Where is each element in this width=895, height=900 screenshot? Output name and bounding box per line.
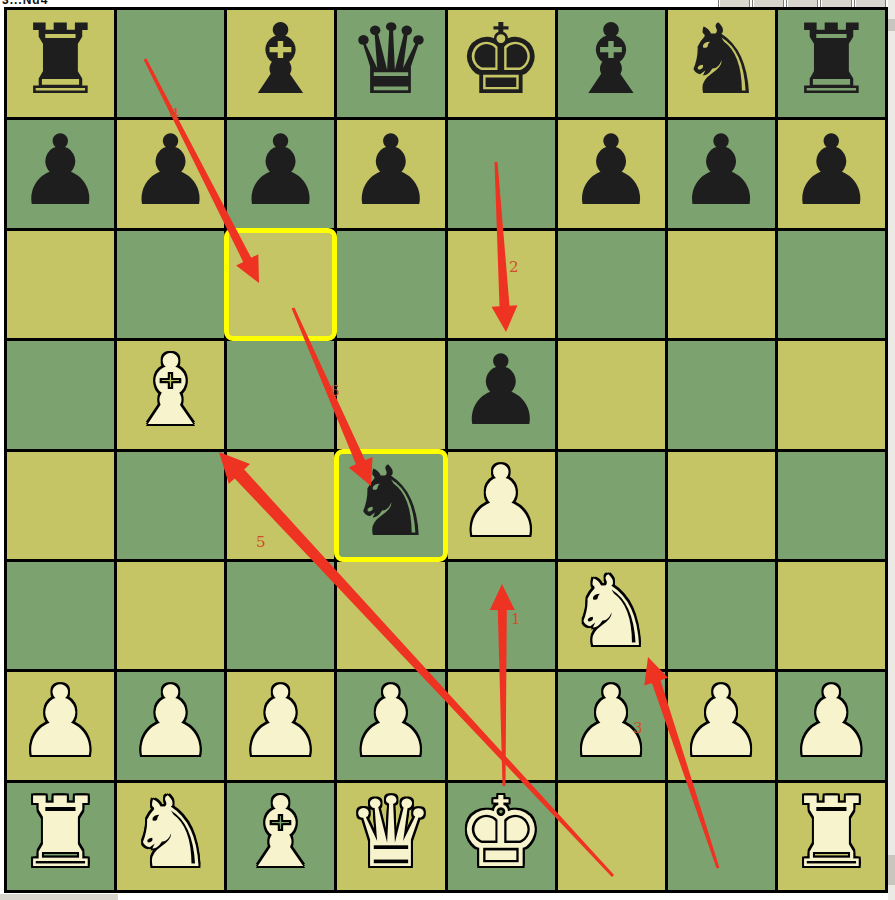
white-knight-b1[interactable]: ♞	[127, 784, 214, 881]
square-f6[interactable]	[558, 231, 665, 338]
square-c5[interactable]	[227, 341, 334, 448]
black-king-e8[interactable]: ♚	[458, 11, 545, 108]
square-a3[interactable]	[7, 562, 114, 669]
square-h6[interactable]	[778, 231, 885, 338]
square-h8[interactable]: ♜	[778, 10, 885, 117]
square-f5[interactable]	[558, 341, 665, 448]
scrollbar-notch	[888, 19, 895, 31]
black-rook-a8[interactable]: ♜	[17, 11, 104, 108]
square-g5[interactable]	[668, 341, 775, 448]
square-d8[interactable]: ♛	[337, 10, 444, 117]
square-e1[interactable]: ♚	[448, 783, 555, 890]
square-b4[interactable]	[117, 452, 224, 559]
square-h5[interactable]	[778, 341, 885, 448]
white-pawn-f2[interactable]: ♟	[568, 673, 655, 770]
white-knight-f3[interactable]: ♞	[568, 563, 655, 660]
square-g8[interactable]: ♞	[668, 10, 775, 117]
square-h2[interactable]: ♟	[778, 672, 885, 779]
square-d5[interactable]	[337, 341, 444, 448]
square-d3[interactable]	[337, 562, 444, 669]
square-a6[interactable]	[7, 231, 114, 338]
square-g7[interactable]: ♟	[668, 120, 775, 227]
square-a5[interactable]	[7, 341, 114, 448]
black-pawn-a7[interactable]: ♟	[17, 122, 104, 219]
white-pawn-h2[interactable]: ♟	[788, 673, 875, 770]
square-a4[interactable]	[7, 452, 114, 559]
black-pawn-c7[interactable]: ♟	[237, 122, 324, 219]
square-f4[interactable]	[558, 452, 665, 559]
square-e6[interactable]	[448, 231, 555, 338]
white-pawn-g2[interactable]: ♟	[678, 673, 765, 770]
black-bishop-c8[interactable]: ♝	[237, 11, 324, 108]
square-f3[interactable]: ♞	[558, 562, 665, 669]
square-c8[interactable]: ♝	[227, 10, 334, 117]
square-d1[interactable]: ♛	[337, 783, 444, 890]
white-bishop-b5[interactable]: ♝	[127, 342, 214, 439]
square-c7[interactable]: ♟	[227, 120, 334, 227]
white-pawn-e4[interactable]: ♟	[458, 453, 545, 550]
square-a1[interactable]: ♜	[7, 783, 114, 890]
white-rook-h1[interactable]: ♜	[788, 784, 875, 881]
square-c3[interactable]	[227, 562, 334, 669]
square-c4[interactable]	[227, 452, 334, 559]
scrollbar-thumb[interactable]	[888, 855, 895, 885]
square-e5[interactable]: ♟	[448, 341, 555, 448]
black-knight-g8[interactable]: ♞	[678, 11, 765, 108]
black-queen-d8[interactable]: ♛	[347, 11, 434, 108]
square-g2[interactable]: ♟	[668, 672, 775, 779]
chess-app-window: 3...Nd4 ♜♝♛♚♝♞♜♟♟♟♟♟♟♟♝♟♞♟♞♟♟♟♟♟♟♟♜♞♝♛♚♜…	[0, 0, 895, 900]
square-a8[interactable]: ♜	[7, 10, 114, 117]
white-pawn-b2[interactable]: ♟	[127, 673, 214, 770]
square-b8[interactable]	[117, 10, 224, 117]
square-g4[interactable]	[668, 452, 775, 559]
square-b1[interactable]: ♞	[117, 783, 224, 890]
square-f7[interactable]: ♟	[558, 120, 665, 227]
square-e7[interactable]	[448, 120, 555, 227]
square-c6[interactable]	[227, 231, 334, 338]
horizontal-scrollbar[interactable]	[0, 893, 118, 900]
square-h3[interactable]	[778, 562, 885, 669]
square-d2[interactable]: ♟	[337, 672, 444, 779]
square-d4[interactable]: ♞	[337, 452, 444, 559]
black-pawn-f7[interactable]: ♟	[568, 122, 655, 219]
square-h4[interactable]	[778, 452, 885, 559]
square-g6[interactable]	[668, 231, 775, 338]
square-e8[interactable]: ♚	[448, 10, 555, 117]
square-h1[interactable]: ♜	[778, 783, 885, 890]
white-pawn-a2[interactable]: ♟	[17, 673, 104, 770]
white-pawn-c2[interactable]: ♟	[237, 673, 324, 770]
square-g3[interactable]	[668, 562, 775, 669]
white-king-e1[interactable]: ♚	[458, 784, 545, 881]
square-b7[interactable]: ♟	[117, 120, 224, 227]
black-pawn-e5[interactable]: ♟	[458, 342, 545, 439]
square-c1[interactable]: ♝	[227, 783, 334, 890]
black-pawn-d7[interactable]: ♟	[347, 122, 434, 219]
square-b3[interactable]	[117, 562, 224, 669]
black-pawn-b7[interactable]: ♟	[127, 122, 214, 219]
square-d7[interactable]: ♟	[337, 120, 444, 227]
square-b5[interactable]: ♝	[117, 341, 224, 448]
square-b2[interactable]: ♟	[117, 672, 224, 779]
square-d6[interactable]	[337, 231, 444, 338]
white-rook-a1[interactable]: ♜	[17, 784, 104, 881]
vertical-scrollbar[interactable]	[888, 0, 895, 900]
square-e4[interactable]: ♟	[448, 452, 555, 559]
square-a2[interactable]: ♟	[7, 672, 114, 779]
square-f8[interactable]: ♝	[558, 10, 665, 117]
black-rook-h8[interactable]: ♜	[788, 11, 875, 108]
white-bishop-c1[interactable]: ♝	[237, 784, 324, 881]
square-a7[interactable]: ♟	[7, 120, 114, 227]
chess-board[interactable]: ♜♝♛♚♝♞♜♟♟♟♟♟♟♟♝♟♞♟♞♟♟♟♟♟♟♟♜♞♝♛♚♜	[4, 7, 888, 893]
white-queen-d1[interactable]: ♛	[347, 784, 434, 881]
square-h7[interactable]: ♟	[778, 120, 885, 227]
square-g1[interactable]	[668, 783, 775, 890]
square-f1[interactable]	[558, 783, 665, 890]
square-c2[interactable]: ♟	[227, 672, 334, 779]
black-knight-d4[interactable]: ♞	[347, 453, 434, 550]
square-b6[interactable]	[117, 231, 224, 338]
square-e2[interactable]	[448, 672, 555, 779]
white-pawn-d2[interactable]: ♟	[347, 673, 434, 770]
square-f2[interactable]: ♟	[558, 672, 665, 779]
black-pawn-h7[interactable]: ♟	[788, 122, 875, 219]
black-pawn-g7[interactable]: ♟	[678, 122, 765, 219]
black-bishop-f8[interactable]: ♝	[568, 11, 655, 108]
square-e3[interactable]	[448, 562, 555, 669]
